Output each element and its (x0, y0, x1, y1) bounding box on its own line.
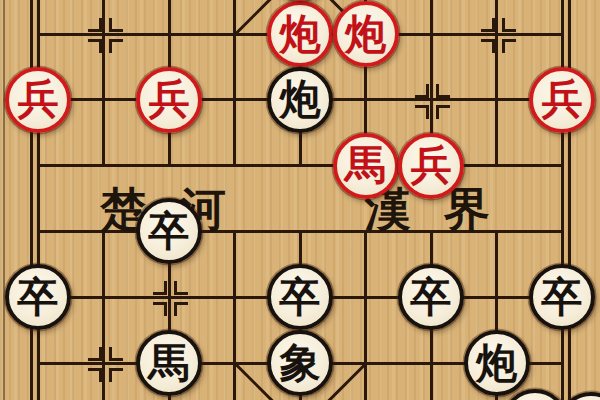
black-elephant[interactable]: 象 (267, 330, 333, 396)
grid-file-line (102, 230, 105, 400)
red-cannon[interactable]: 炮 (333, 1, 399, 67)
position-marker (109, 347, 123, 361)
grid-file-line (233, 230, 236, 400)
grid-file-line (495, 0, 498, 167)
grid-file-line (102, 0, 105, 167)
position-marker (415, 105, 429, 119)
black-soldier[interactable]: 卒 (136, 198, 202, 264)
position-marker (481, 18, 495, 32)
position-marker (502, 39, 516, 53)
black-cannon[interactable]: 炮 (464, 330, 530, 396)
red-soldier[interactable]: 兵 (5, 67, 71, 133)
board-outer-edge-left (3, 0, 5, 400)
black-soldier[interactable]: 卒 (529, 264, 595, 330)
black-soldier[interactable]: 卒 (5, 264, 71, 330)
position-marker (109, 18, 123, 32)
position-marker (88, 347, 102, 361)
grid-file-line (233, 0, 236, 167)
board-frame-left (30, 0, 33, 400)
red-horse[interactable]: 馬 (333, 133, 399, 199)
position-marker (109, 368, 123, 382)
position-marker (436, 84, 450, 98)
red-soldier[interactable]: 兵 (136, 67, 202, 133)
position-marker (153, 302, 167, 316)
black-soldier[interactable]: 卒 (398, 264, 464, 330)
position-marker (481, 39, 495, 53)
red-cannon[interactable]: 炮 (267, 1, 333, 67)
black-horse[interactable]: 馬 (136, 330, 202, 396)
grid-file-line (37, 0, 40, 400)
position-marker (88, 18, 102, 32)
black-piece-partial-bottom[interactable] (558, 392, 600, 400)
grid-file-line (364, 230, 367, 400)
position-marker (174, 281, 188, 295)
position-marker (436, 105, 450, 119)
board-frame-right (568, 0, 571, 400)
black-soldier[interactable]: 卒 (267, 264, 333, 330)
position-marker (502, 18, 516, 32)
grid-file-line (561, 0, 564, 400)
position-marker (109, 39, 123, 53)
black-cannon[interactable]: 炮 (267, 67, 333, 133)
red-soldier[interactable]: 兵 (529, 67, 595, 133)
red-soldier[interactable]: 兵 (398, 133, 464, 199)
position-marker (88, 39, 102, 53)
position-marker (88, 368, 102, 382)
position-marker (153, 281, 167, 295)
position-marker (415, 84, 429, 98)
position-marker (174, 302, 188, 316)
xiangqi-board: 楚河漢界炮炮兵兵兵馬兵炮卒卒卒卒卒馬象炮 (0, 0, 600, 400)
